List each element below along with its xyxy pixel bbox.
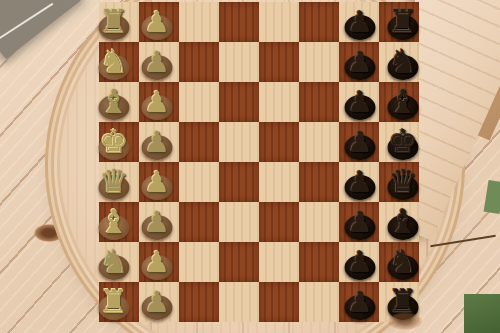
square[interactable] bbox=[259, 42, 299, 82]
square[interactable] bbox=[259, 122, 299, 162]
square[interactable] bbox=[299, 42, 339, 82]
white-pawn[interactable]: ♟ bbox=[137, 122, 177, 162]
black-king[interactable]: ♚ bbox=[383, 122, 423, 162]
white-bishop[interactable]: ♝ bbox=[94, 202, 134, 242]
wood-knot bbox=[388, 312, 422, 330]
square[interactable] bbox=[219, 122, 259, 162]
square[interactable]: ♟ bbox=[339, 202, 379, 242]
square[interactable] bbox=[179, 2, 219, 42]
piece-wrap: ♝ bbox=[94, 202, 134, 242]
square[interactable]: ♟ bbox=[139, 2, 179, 42]
photo-scene: ♜♟♟♜♞♟♟♞♝♟♟♝♚♟♟♚♛♟♟♛♝♟♟♝♞♟♟♞♜♟♟♜ bbox=[0, 0, 500, 333]
square[interactable] bbox=[219, 82, 259, 122]
square[interactable] bbox=[299, 282, 339, 322]
square[interactable]: ♛ bbox=[99, 162, 139, 202]
black-pawn[interactable]: ♟ bbox=[340, 202, 380, 242]
piece-wrap: ♟ bbox=[137, 202, 177, 242]
white-pawn[interactable]: ♟ bbox=[137, 82, 177, 122]
square[interactable]: ♜ bbox=[99, 2, 139, 42]
square[interactable] bbox=[179, 202, 219, 242]
square[interactable] bbox=[259, 162, 299, 202]
white-pawn[interactable]: ♟ bbox=[137, 162, 177, 202]
square[interactable] bbox=[179, 282, 219, 322]
piece-wrap: ♟ bbox=[137, 122, 177, 162]
piece-wrap: ♟ bbox=[137, 82, 177, 122]
piece-wrap: ♟ bbox=[340, 82, 380, 122]
chess-board: ♜♟♟♜♞♟♟♞♝♟♟♝♚♟♟♚♛♟♟♛♝♟♟♝♞♟♟♞♜♟♟♜ bbox=[99, 2, 419, 322]
piece-wrap: ♝ bbox=[94, 82, 134, 122]
square[interactable]: ♟ bbox=[139, 82, 179, 122]
square[interactable]: ♟ bbox=[139, 202, 179, 242]
white-pawn[interactable]: ♟ bbox=[137, 2, 177, 42]
wood-knot bbox=[34, 224, 64, 242]
square[interactable]: ♚ bbox=[379, 122, 419, 162]
piece-wrap: ♟ bbox=[340, 162, 380, 202]
square[interactable] bbox=[259, 82, 299, 122]
square[interactable]: ♟ bbox=[339, 162, 379, 202]
square[interactable] bbox=[259, 282, 299, 322]
square[interactable]: ♟ bbox=[339, 2, 379, 42]
square[interactable] bbox=[219, 162, 259, 202]
square[interactable]: ♟ bbox=[139, 282, 179, 322]
square[interactable]: ♜ bbox=[379, 2, 419, 42]
piece-wrap: ♜ bbox=[94, 2, 134, 42]
white-pawn[interactable]: ♟ bbox=[137, 282, 177, 322]
square[interactable] bbox=[219, 282, 259, 322]
square[interactable]: ♞ bbox=[379, 242, 419, 282]
square[interactable]: ♟ bbox=[139, 122, 179, 162]
white-pawn[interactable]: ♟ bbox=[137, 202, 177, 242]
piece-wrap: ♟ bbox=[137, 162, 177, 202]
square[interactable] bbox=[179, 42, 219, 82]
piece-wrap: ♟ bbox=[340, 202, 380, 242]
square[interactable]: ♟ bbox=[139, 162, 179, 202]
black-bishop[interactable]: ♝ bbox=[383, 82, 423, 122]
black-pawn[interactable]: ♟ bbox=[340, 242, 380, 282]
piece-wrap: ♟ bbox=[340, 282, 380, 322]
square[interactable] bbox=[299, 82, 339, 122]
square[interactable] bbox=[299, 162, 339, 202]
square[interactable]: ♟ bbox=[339, 282, 379, 322]
piece-wrap: ♟ bbox=[137, 42, 177, 82]
black-pawn[interactable]: ♟ bbox=[340, 42, 380, 82]
square[interactable] bbox=[259, 242, 299, 282]
square[interactable] bbox=[179, 82, 219, 122]
grass-patch bbox=[464, 294, 500, 333]
square[interactable]: ♟ bbox=[139, 242, 179, 282]
white-rook[interactable]: ♜ bbox=[94, 282, 134, 322]
square[interactable]: ♛ bbox=[379, 162, 419, 202]
piece-wrap: ♚ bbox=[94, 122, 134, 162]
square[interactable] bbox=[299, 122, 339, 162]
piece-wrap: ♞ bbox=[383, 42, 423, 82]
square[interactable] bbox=[259, 2, 299, 42]
square[interactable] bbox=[219, 42, 259, 82]
piece-wrap: ♟ bbox=[340, 122, 380, 162]
piece-wrap: ♟ bbox=[340, 2, 380, 42]
piece-wrap: ♟ bbox=[137, 242, 177, 282]
square[interactable] bbox=[219, 242, 259, 282]
black-pawn[interactable]: ♟ bbox=[340, 162, 380, 202]
square[interactable] bbox=[219, 202, 259, 242]
piece-wrap: ♞ bbox=[94, 242, 134, 282]
square[interactable]: ♟ bbox=[339, 42, 379, 82]
piece-wrap: ♞ bbox=[383, 242, 423, 282]
square[interactable]: ♞ bbox=[99, 42, 139, 82]
white-rook[interactable]: ♜ bbox=[94, 2, 134, 42]
square[interactable]: ♝ bbox=[99, 82, 139, 122]
square[interactable]: ♟ bbox=[339, 242, 379, 282]
square[interactable]: ♜ bbox=[99, 282, 139, 322]
square[interactable]: ♞ bbox=[99, 242, 139, 282]
piece-wrap: ♜ bbox=[383, 2, 423, 42]
black-queen[interactable]: ♛ bbox=[383, 162, 423, 202]
white-knight[interactable]: ♞ bbox=[94, 42, 134, 82]
piece-wrap: ♟ bbox=[137, 282, 177, 322]
piece-wrap: ♟ bbox=[137, 2, 177, 42]
black-knight[interactable]: ♞ bbox=[383, 242, 423, 282]
white-pawn[interactable]: ♟ bbox=[137, 42, 177, 82]
black-pawn[interactable]: ♟ bbox=[340, 122, 380, 162]
square[interactable]: ♞ bbox=[379, 42, 419, 82]
square[interactable] bbox=[179, 122, 219, 162]
square[interactable] bbox=[299, 2, 339, 42]
square[interactable]: ♝ bbox=[99, 202, 139, 242]
piece-wrap: ♟ bbox=[340, 42, 380, 82]
white-queen[interactable]: ♛ bbox=[94, 162, 134, 202]
white-pawn[interactable]: ♟ bbox=[137, 242, 177, 282]
black-rook[interactable]: ♜ bbox=[383, 2, 423, 42]
piece-wrap: ♝ bbox=[383, 202, 423, 242]
square[interactable] bbox=[259, 202, 299, 242]
square[interactable]: ♝ bbox=[379, 82, 419, 122]
black-pawn[interactable]: ♟ bbox=[340, 82, 380, 122]
square[interactable]: ♟ bbox=[339, 122, 379, 162]
white-knight[interactable]: ♞ bbox=[94, 242, 134, 282]
piece-wrap: ♚ bbox=[383, 122, 423, 162]
white-king[interactable]: ♚ bbox=[94, 122, 134, 162]
grass-patch bbox=[484, 180, 500, 214]
black-pawn[interactable]: ♟ bbox=[340, 2, 380, 42]
black-bishop[interactable]: ♝ bbox=[383, 202, 423, 242]
square[interactable] bbox=[219, 2, 259, 42]
piece-wrap: ♛ bbox=[94, 162, 134, 202]
black-knight[interactable]: ♞ bbox=[383, 42, 423, 82]
square[interactable] bbox=[179, 242, 219, 282]
square[interactable]: ♟ bbox=[139, 42, 179, 82]
square[interactable]: ♟ bbox=[339, 82, 379, 122]
piece-wrap: ♜ bbox=[94, 282, 134, 322]
square[interactable] bbox=[299, 242, 339, 282]
square[interactable] bbox=[179, 162, 219, 202]
square[interactable] bbox=[299, 202, 339, 242]
piece-wrap: ♞ bbox=[94, 42, 134, 82]
square[interactable]: ♝ bbox=[379, 202, 419, 242]
piece-wrap: ♛ bbox=[383, 162, 423, 202]
white-bishop[interactable]: ♝ bbox=[94, 82, 134, 122]
black-pawn[interactable]: ♟ bbox=[340, 282, 380, 322]
piece-wrap: ♝ bbox=[383, 82, 423, 122]
square[interactable]: ♚ bbox=[99, 122, 139, 162]
piece-wrap: ♟ bbox=[340, 242, 380, 282]
